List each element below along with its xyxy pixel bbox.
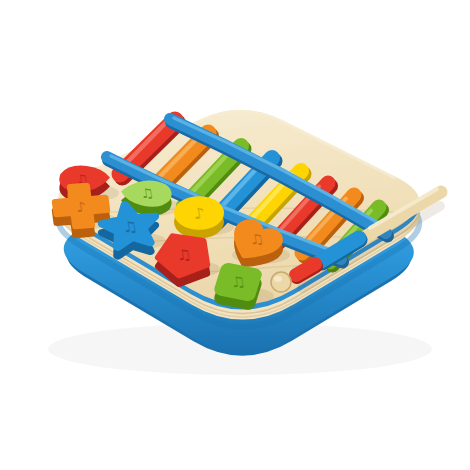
note-engraving: ♫ xyxy=(121,218,140,236)
note-engraving: ♫ xyxy=(229,273,248,291)
mallet-ball-highlight xyxy=(274,276,282,282)
mallet-band-red xyxy=(296,264,315,275)
note-engraving: ♫ xyxy=(175,246,194,264)
note-engraving: ♫ xyxy=(139,186,156,202)
block-circle-yellow: ♪ xyxy=(174,196,224,238)
toy-photo: ♫ ♫ ♪ ♫ ♪ ♫ ♫ xyxy=(0,0,470,470)
note-engraving: ♫ xyxy=(248,231,266,248)
mallet-ball-tip xyxy=(271,272,291,292)
